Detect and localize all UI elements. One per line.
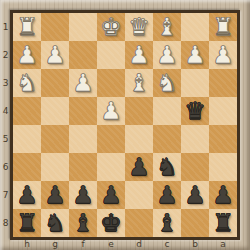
square-d5[interactable] [125, 125, 153, 153]
square-b4[interactable]: ♛ [181, 97, 209, 125]
square-d8[interactable] [125, 209, 153, 237]
square-g2[interactable]: ♟ [41, 41, 69, 69]
white-bishop[interactable]: ♝ [128, 69, 150, 97]
square-e3[interactable] [97, 69, 125, 97]
rank-label-1: 1 [0, 13, 11, 41]
rank-label-7: 7 [0, 181, 11, 209]
file-label-a: a [209, 238, 237, 250]
square-e7[interactable]: ♟ [97, 181, 125, 209]
white-rook[interactable]: ♜ [16, 13, 38, 41]
file-label-g: g [41, 238, 69, 250]
square-c5[interactable] [153, 125, 181, 153]
white-queen[interactable]: ♛ [128, 13, 150, 41]
black-knight[interactable]: ♞ [156, 153, 178, 181]
square-f8[interactable]: ♝ [69, 209, 97, 237]
square-a6[interactable] [209, 153, 237, 181]
square-d7[interactable] [125, 181, 153, 209]
square-b3[interactable] [181, 69, 209, 97]
square-b1[interactable] [181, 13, 209, 41]
black-pawn[interactable]: ♟ [100, 181, 122, 209]
black-knight[interactable]: ♞ [44, 209, 66, 237]
black-bishop[interactable]: ♝ [156, 209, 178, 237]
white-pawn[interactable]: ♟ [156, 41, 178, 69]
white-pawn[interactable]: ♟ [72, 69, 94, 97]
square-c2[interactable]: ♟ [153, 41, 181, 69]
square-f6[interactable] [69, 153, 97, 181]
square-c1[interactable]: ♝ [153, 13, 181, 41]
square-h6[interactable] [13, 153, 41, 181]
black-pawn[interactable]: ♟ [212, 181, 234, 209]
square-d3[interactable]: ♝ [125, 69, 153, 97]
white-pawn[interactable]: ♟ [128, 41, 150, 69]
square-f1[interactable] [69, 13, 97, 41]
square-g1[interactable] [41, 13, 69, 41]
square-d2[interactable]: ♟ [125, 41, 153, 69]
square-a3[interactable] [209, 69, 237, 97]
square-d4[interactable] [125, 97, 153, 125]
rank-label-2: 2 [0, 41, 11, 69]
white-king[interactable]: ♚ [100, 13, 122, 41]
black-pawn[interactable]: ♟ [72, 181, 94, 209]
black-pawn[interactable]: ♟ [128, 153, 150, 181]
square-g3[interactable] [41, 69, 69, 97]
white-bishop[interactable]: ♝ [156, 13, 178, 41]
white-knight[interactable]: ♞ [156, 69, 178, 97]
square-g7[interactable]: ♟ [41, 181, 69, 209]
square-g4[interactable] [41, 97, 69, 125]
square-b6[interactable] [181, 153, 209, 181]
square-f7[interactable]: ♟ [69, 181, 97, 209]
file-label-e: e [97, 238, 125, 250]
square-e6[interactable] [97, 153, 125, 181]
square-h5[interactable] [13, 125, 41, 153]
square-f5[interactable] [69, 125, 97, 153]
board: ♜♚♛♝♜♟♟♟♟♟♟♞♟♝♞♟♛♟♞♟♟♟♟♟♟♟♜♞♝♚♝♜ [13, 13, 237, 237]
square-f2[interactable] [69, 41, 97, 69]
white-knight[interactable]: ♞ [16, 69, 38, 97]
square-h8[interactable]: ♜ [13, 209, 41, 237]
square-a8[interactable]: ♜ [209, 209, 237, 237]
square-f4[interactable] [69, 97, 97, 125]
square-c4[interactable] [153, 97, 181, 125]
rank-label-6: 6 [0, 153, 11, 181]
square-b8[interactable] [181, 209, 209, 237]
file-label-d: d [125, 238, 153, 250]
square-e1[interactable]: ♚ [97, 13, 125, 41]
file-label-b: b [181, 238, 209, 250]
rank-label-3: 3 [0, 69, 11, 97]
white-pawn[interactable]: ♟ [16, 41, 38, 69]
white-pawn[interactable]: ♟ [100, 97, 122, 125]
square-c3[interactable]: ♞ [153, 69, 181, 97]
square-g5[interactable] [41, 125, 69, 153]
square-f3[interactable]: ♟ [69, 69, 97, 97]
square-c6[interactable]: ♞ [153, 153, 181, 181]
square-h1[interactable]: ♜ [13, 13, 41, 41]
black-queen[interactable]: ♛ [184, 97, 206, 125]
square-h3[interactable]: ♞ [13, 69, 41, 97]
square-e4[interactable]: ♟ [97, 97, 125, 125]
square-e2[interactable] [97, 41, 125, 69]
square-c8[interactable]: ♝ [153, 209, 181, 237]
square-a7[interactable]: ♟ [209, 181, 237, 209]
black-rook[interactable]: ♜ [212, 209, 234, 237]
square-h4[interactable] [13, 97, 41, 125]
rank-label-8: 8 [0, 209, 11, 237]
file-label-f: f [69, 238, 97, 250]
square-a1[interactable]: ♜ [209, 13, 237, 41]
square-e8[interactable]: ♚ [97, 209, 125, 237]
square-h2[interactable]: ♟ [13, 41, 41, 69]
square-c7[interactable]: ♟ [153, 181, 181, 209]
file-label-h: h [13, 238, 41, 250]
square-e5[interactable] [97, 125, 125, 153]
file-label-c: c [153, 238, 181, 250]
square-d6[interactable]: ♟ [125, 153, 153, 181]
black-bishop[interactable]: ♝ [72, 209, 94, 237]
white-pawn[interactable]: ♟ [212, 41, 234, 69]
square-a2[interactable]: ♟ [209, 41, 237, 69]
black-rook[interactable]: ♜ [16, 209, 38, 237]
black-pawn[interactable]: ♟ [44, 181, 66, 209]
white-pawn[interactable]: ♟ [44, 41, 66, 69]
black-pawn[interactable]: ♟ [16, 181, 38, 209]
rank-label-4: 4 [0, 97, 11, 125]
square-b7[interactable]: ♟ [181, 181, 209, 209]
square-g8[interactable]: ♞ [41, 209, 69, 237]
square-g6[interactable] [41, 153, 69, 181]
white-pawn[interactable]: ♟ [184, 41, 206, 69]
square-h7[interactable]: ♟ [13, 181, 41, 209]
black-pawn[interactable]: ♟ [184, 181, 206, 209]
square-a5[interactable] [209, 125, 237, 153]
square-b5[interactable] [181, 125, 209, 153]
square-b2[interactable]: ♟ [181, 41, 209, 69]
white-rook[interactable]: ♜ [212, 13, 234, 41]
black-king[interactable]: ♚ [100, 209, 122, 237]
rank-label-5: 5 [0, 125, 11, 153]
wooden-board-frame: ♜♚♛♝♜♟♟♟♟♟♟♞♟♝♞♟♛♟♞♟♟♟♟♟♟♟♜♞♝♚♝♜ 1234567… [0, 0, 250, 250]
black-pawn[interactable]: ♟ [156, 181, 178, 209]
square-a4[interactable] [209, 97, 237, 125]
square-d1[interactable]: ♛ [125, 13, 153, 41]
